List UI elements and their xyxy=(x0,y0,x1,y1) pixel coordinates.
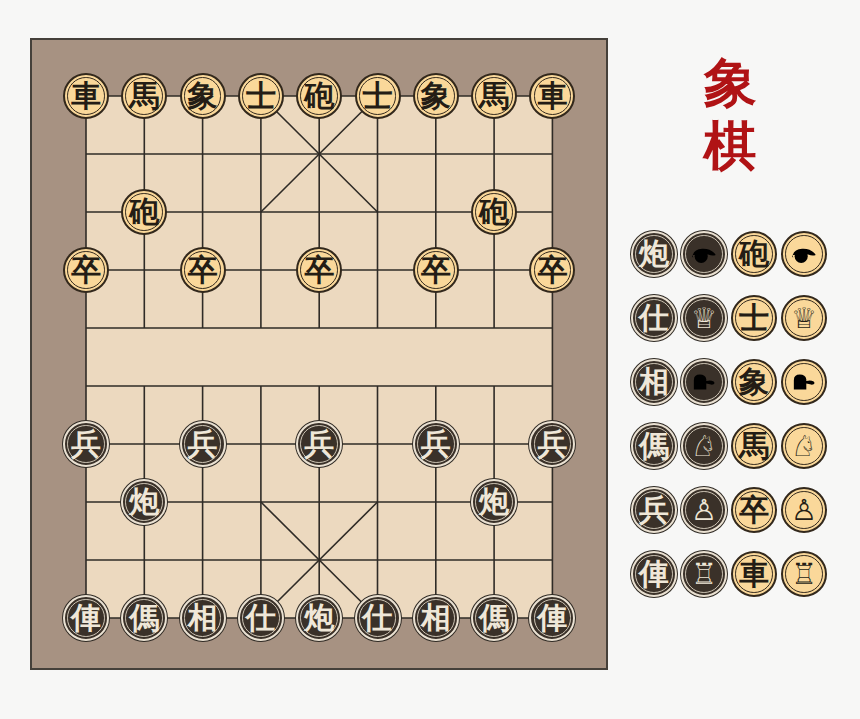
piece-character: 砲 xyxy=(479,197,509,227)
board-piece-兵: 兵 xyxy=(296,421,342,467)
piece-character: 卒 xyxy=(188,255,218,285)
board-piece-卒: 卒 xyxy=(296,247,342,293)
board-piece-士: 士 xyxy=(238,73,284,119)
elephant-icon xyxy=(689,370,719,394)
board-piece-車: 車 xyxy=(63,73,109,119)
piece-legend: 炮砲仕♕士♕相象傌♘馬♘兵♙卒♙俥♖車♖ xyxy=(631,231,827,597)
king-icon: ♕ xyxy=(691,304,717,333)
board-piece-炮: 炮 xyxy=(296,595,342,641)
board-piece-仕: 仕 xyxy=(238,595,284,641)
piece-character: 兵 xyxy=(537,429,567,459)
legend-horse-dark-character: 傌 xyxy=(631,423,677,469)
legend-horse-light-icon: ♘ xyxy=(781,423,827,469)
board-piece-馬: 馬 xyxy=(471,73,517,119)
rook-icon: ♖ xyxy=(691,560,717,589)
legend-row-chariot: 俥♖車♖ xyxy=(631,551,827,597)
board-piece-傌: 傌 xyxy=(121,595,167,641)
legend-advisor-dark-character: 仕 xyxy=(631,295,677,341)
title-char-xiang: 象 xyxy=(620,52,840,115)
piece-character: 仕 xyxy=(246,603,276,633)
board-piece-象: 象 xyxy=(180,73,226,119)
legend-row-advisor: 仕♕士♕ xyxy=(631,295,827,341)
knight-icon: ♘ xyxy=(791,432,817,461)
piece-character: 卒 xyxy=(421,255,451,285)
piece-character: 士 xyxy=(739,303,769,333)
piece-character: 兵 xyxy=(639,495,669,525)
piece-character: 車 xyxy=(739,559,769,589)
piece-character: 士 xyxy=(246,81,276,111)
elephant-icon xyxy=(789,370,819,394)
piece-character: 兵 xyxy=(304,429,334,459)
piece-character: 象 xyxy=(188,81,218,111)
piece-character: 傌 xyxy=(639,431,669,461)
piece-character: 卒 xyxy=(537,255,567,285)
board-piece-砲: 砲 xyxy=(121,189,167,235)
legend-elephant-light-character: 象 xyxy=(731,359,777,405)
piece-character: 馬 xyxy=(479,81,509,111)
piece-character: 兵 xyxy=(188,429,218,459)
piece-character: 砲 xyxy=(739,239,769,269)
legend-horse-dark-icon: ♘ xyxy=(681,423,727,469)
board-piece-炮: 炮 xyxy=(121,479,167,525)
board-piece-馬: 馬 xyxy=(121,73,167,119)
legend-row-horse: 傌♘馬♘ xyxy=(631,423,827,469)
king-icon: ♕ xyxy=(791,304,817,333)
legend-cannon-light-character: 砲 xyxy=(731,231,777,277)
page-title: 象 棋 xyxy=(620,52,840,178)
cannon-icon xyxy=(689,242,719,266)
legend-chariot-dark-icon: ♖ xyxy=(681,551,727,597)
board-piece-卒: 卒 xyxy=(413,247,459,293)
piece-character: 砲 xyxy=(304,81,334,111)
board-grid xyxy=(32,40,606,668)
legend-advisor-light-character: 士 xyxy=(731,295,777,341)
piece-character: 俥 xyxy=(639,559,669,589)
piece-character: 卒 xyxy=(71,255,101,285)
piece-character: 俥 xyxy=(537,603,567,633)
cannon-icon xyxy=(789,242,819,266)
piece-character: 車 xyxy=(537,81,567,111)
board-piece-砲: 砲 xyxy=(471,189,517,235)
pawn-icon: ♙ xyxy=(691,496,717,525)
legend-elephant-light-icon xyxy=(781,359,827,405)
legend-advisor-light-icon: ♕ xyxy=(781,295,827,341)
legend-soldier-dark-character: 兵 xyxy=(631,487,677,533)
board-piece-相: 相 xyxy=(413,595,459,641)
piece-character: 車 xyxy=(71,81,101,111)
board-piece-卒: 卒 xyxy=(180,247,226,293)
title-char-qi: 棋 xyxy=(620,115,840,178)
legend-advisor-dark-icon: ♕ xyxy=(681,295,727,341)
piece-character: 馬 xyxy=(739,431,769,461)
piece-character: 卒 xyxy=(304,255,334,285)
piece-character: 炮 xyxy=(304,603,334,633)
board-piece-相: 相 xyxy=(180,595,226,641)
legend-chariot-dark-character: 俥 xyxy=(631,551,677,597)
piece-character: 砲 xyxy=(129,197,159,227)
piece-character: 仕 xyxy=(639,303,669,333)
legend-soldier-light-icon: ♙ xyxy=(781,487,827,533)
piece-character: 仕 xyxy=(363,603,393,633)
piece-character: 相 xyxy=(421,603,451,633)
piece-character: 傌 xyxy=(129,603,159,633)
legend-soldier-light-character: 卒 xyxy=(731,487,777,533)
piece-character: 炮 xyxy=(639,239,669,269)
piece-character: 炮 xyxy=(129,487,159,517)
rook-icon: ♖ xyxy=(791,560,817,589)
legend-cannon-dark-character: 炮 xyxy=(631,231,677,277)
board-piece-炮: 炮 xyxy=(471,479,517,525)
legend-elephant-dark-icon xyxy=(681,359,727,405)
board-piece-俥: 俥 xyxy=(63,595,109,641)
piece-character: 馬 xyxy=(129,81,159,111)
pawn-icon: ♙ xyxy=(791,496,817,525)
board-piece-砲: 砲 xyxy=(296,73,342,119)
xiangqi-board: 車馬象士砲士象馬車砲砲卒卒卒卒卒兵兵兵兵兵炮炮俥傌相仕炮仕相傌俥 xyxy=(30,38,608,670)
legend-cannon-dark-icon xyxy=(681,231,727,277)
piece-character: 士 xyxy=(363,81,393,111)
board-piece-卒: 卒 xyxy=(63,247,109,293)
board-piece-兵: 兵 xyxy=(180,421,226,467)
piece-character: 相 xyxy=(188,603,218,633)
legend-row-cannon: 炮砲 xyxy=(631,231,827,277)
legend-row-elephant: 相象 xyxy=(631,359,827,405)
legend-horse-light-character: 馬 xyxy=(731,423,777,469)
legend-row-soldier: 兵♙卒♙ xyxy=(631,487,827,533)
piece-character: 象 xyxy=(739,367,769,397)
legend-elephant-dark-character: 相 xyxy=(631,359,677,405)
piece-character: 相 xyxy=(639,367,669,397)
legend-chariot-light-character: 車 xyxy=(731,551,777,597)
legend-soldier-dark-icon: ♙ xyxy=(681,487,727,533)
board-piece-仕: 仕 xyxy=(355,595,401,641)
piece-character: 兵 xyxy=(421,429,451,459)
piece-character: 俥 xyxy=(71,603,101,633)
piece-character: 傌 xyxy=(479,603,509,633)
board-piece-象: 象 xyxy=(413,73,459,119)
piece-character: 炮 xyxy=(479,487,509,517)
knight-icon: ♘ xyxy=(691,432,717,461)
piece-character: 象 xyxy=(421,81,451,111)
board-piece-兵: 兵 xyxy=(413,421,459,467)
legend-cannon-light-icon xyxy=(781,231,827,277)
board-piece-兵: 兵 xyxy=(63,421,109,467)
piece-character: 卒 xyxy=(739,495,769,525)
legend-chariot-light-icon: ♖ xyxy=(781,551,827,597)
piece-character: 兵 xyxy=(71,429,101,459)
board-piece-傌: 傌 xyxy=(471,595,517,641)
board-piece-士: 士 xyxy=(355,73,401,119)
